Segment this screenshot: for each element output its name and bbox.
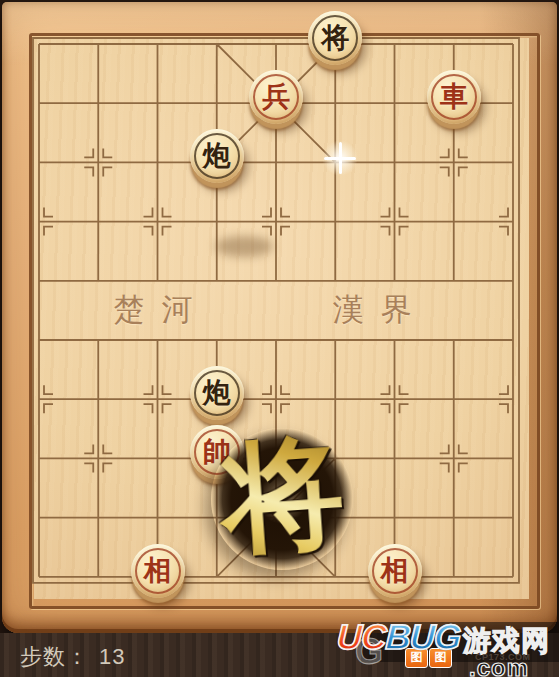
move-counter: 步数：13 [20,642,125,672]
piece-character: 将 [321,24,349,52]
black-cannon[interactable]: 炮 [190,129,244,183]
sparkle-ray [339,142,342,174]
piece-character: 兵 [262,83,290,111]
move-counter-value: 13 [99,644,125,669]
black-general[interactable]: 将 [308,11,362,65]
check-banner-text: 将 [208,418,358,571]
red-chariot[interactable]: 車 [427,70,481,124]
watermark-uc: UC [336,617,387,656]
piece-character: 相 [381,557,409,585]
piece-character: 炮 [203,379,231,407]
piece-character: 相 [144,557,172,585]
watermark-dotcom: .com [469,654,529,677]
site-watermark: G 图 图 UCBUG 游戏网 CP173.COM .com [335,611,559,677]
red-soldier[interactable]: 兵 [249,70,303,124]
piece-character: 炮 [203,142,231,170]
red-elephant[interactable]: 相 [131,544,185,598]
red-elephant[interactable]: 相 [368,544,422,598]
move-counter-label: 步数： [20,644,89,669]
black-cannon[interactable]: 炮 [190,366,244,420]
watermark-bug: BUG [385,617,462,656]
piece-character: 車 [440,83,468,111]
xiangqi-game-screen: 楚河 漢界 将兵車炮炮帥相相 将 步数：13 G 图 图 UCBUG 游戏网 C… [0,0,559,677]
watermark-ucbug: UCBUG [336,617,461,657]
